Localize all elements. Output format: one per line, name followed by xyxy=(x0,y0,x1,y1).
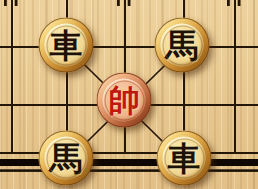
piece-black-horse-d0[interactable]: 馬 xyxy=(39,131,94,186)
board-cell xyxy=(0,0,11,46)
piece-black-horse-f2[interactable]: 馬 xyxy=(155,18,210,73)
board-cell xyxy=(234,46,258,104)
board-cell xyxy=(234,154,258,189)
piece-black-chariot-d2[interactable]: 車 xyxy=(39,18,94,73)
piece-face: 車 xyxy=(163,137,206,180)
piece-face: 帥 xyxy=(103,79,146,122)
piece-glyph: 車 xyxy=(168,142,201,175)
piece-glyph: 帥 xyxy=(109,85,140,116)
piece-glyph: 車 xyxy=(50,29,83,62)
piece-red-general-e1[interactable]: 帥 xyxy=(97,73,152,128)
piece-black-chariot-f0[interactable]: 車 xyxy=(157,131,212,186)
board-cell xyxy=(234,104,258,154)
xiangqi-board[interactable]: 車馬帥馬車 xyxy=(0,0,258,189)
board-cell xyxy=(0,154,11,189)
piece-face: 馬 xyxy=(161,24,204,67)
piece-face: 馬 xyxy=(45,137,88,180)
piece-face: 車 xyxy=(45,24,88,67)
board-cell xyxy=(0,104,11,154)
board-cell xyxy=(234,0,258,46)
piece-glyph: 馬 xyxy=(50,142,83,175)
piece-glyph: 馬 xyxy=(166,29,199,62)
board-cell xyxy=(0,46,11,104)
